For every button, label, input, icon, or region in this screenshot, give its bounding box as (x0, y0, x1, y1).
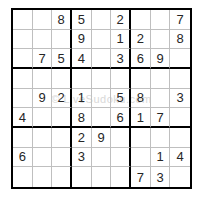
cell-r2c9[interactable]: 8 (170, 30, 190, 50)
cell-r5c6[interactable]: 5 (111, 89, 131, 109)
cell-r4c7[interactable] (131, 69, 151, 89)
cell-r8c2[interactable] (33, 148, 53, 168)
cell-r9c4[interactable] (72, 167, 92, 187)
cell-r1c8[interactable] (151, 10, 171, 30)
cell-r3c6[interactable]: 3 (111, 49, 131, 69)
cell-r1c4[interactable]: 5 (72, 10, 92, 30)
cell-r3c5[interactable] (92, 49, 112, 69)
cell-r4c8[interactable] (151, 69, 171, 89)
cell-r8c3[interactable] (52, 148, 72, 168)
cell-r5c3[interactable]: 2 (52, 89, 72, 109)
cell-r2c3[interactable] (52, 30, 72, 50)
cell-r2c1[interactable] (13, 30, 33, 50)
cell-r9c2[interactable] (33, 167, 53, 187)
cell-r5c7[interactable]: 8 (131, 89, 151, 109)
cell-r3c8[interactable]: 9 (151, 49, 171, 69)
cell-r1c7[interactable] (131, 10, 151, 30)
cell-r6c1[interactable]: 4 (13, 108, 33, 128)
cell-r7c1[interactable] (13, 128, 33, 148)
cell-r3c2[interactable]: 7 (33, 49, 53, 69)
cell-r6c4[interactable]: 8 (72, 108, 92, 128)
cell-r6c2[interactable] (33, 108, 53, 128)
cell-r4c9[interactable] (170, 69, 190, 89)
cell-r5c5[interactable] (92, 89, 112, 109)
cell-r6c9[interactable] (170, 108, 190, 128)
cell-r6c8[interactable]: 7 (151, 108, 171, 128)
cell-r3c1[interactable] (13, 49, 33, 69)
cell-r3c7[interactable]: 6 (131, 49, 151, 69)
cell-r8c7[interactable] (131, 148, 151, 168)
cell-r1c5[interactable] (92, 10, 112, 30)
cell-r2c8[interactable] (151, 30, 171, 50)
cell-r5c2[interactable]: 9 (33, 89, 53, 109)
cell-r2c2[interactable] (33, 30, 53, 50)
cell-r5c9[interactable]: 3 (170, 89, 190, 109)
cell-r1c1[interactable] (13, 10, 33, 30)
cell-r3c4[interactable]: 4 (72, 49, 92, 69)
cell-r3c3[interactable]: 5 (52, 49, 72, 69)
cell-r1c2[interactable] (33, 10, 53, 30)
cell-r2c7[interactable]: 2 (131, 30, 151, 50)
cell-r4c6[interactable] (111, 69, 131, 89)
cell-r9c5[interactable] (92, 167, 112, 187)
cell-r8c8[interactable]: 1 (151, 148, 171, 168)
cell-r7c7[interactable] (131, 128, 151, 148)
cell-r8c6[interactable] (111, 148, 131, 168)
cell-r7c6[interactable] (111, 128, 131, 148)
cell-r2c6[interactable]: 1 (111, 30, 131, 50)
cell-r8c9[interactable]: 4 (170, 148, 190, 168)
sudoku-board-area: © LiveSudoku.com 85279128754369921583486… (11, 8, 192, 189)
cell-r2c4[interactable]: 9 (72, 30, 92, 50)
cell-r7c8[interactable] (151, 128, 171, 148)
cell-r4c5[interactable] (92, 69, 112, 89)
cell-r9c8[interactable]: 3 (151, 167, 171, 187)
cell-r9c7[interactable]: 7 (131, 167, 151, 187)
cell-r1c9[interactable]: 7 (170, 10, 190, 30)
cell-r9c3[interactable] (52, 167, 72, 187)
sudoku-board: 852791287543699215834861729631473 (11, 8, 192, 189)
cell-r4c4[interactable] (72, 69, 92, 89)
cell-r2c5[interactable] (92, 30, 112, 50)
sudoku-page: © LiveSudoku.com 85279128754369921583486… (0, 0, 200, 200)
cell-r5c1[interactable] (13, 89, 33, 109)
cell-r4c2[interactable] (33, 69, 53, 89)
cell-r3c9[interactable] (170, 49, 190, 69)
cell-r1c3[interactable]: 8 (52, 10, 72, 30)
cell-r7c4[interactable]: 2 (72, 128, 92, 148)
cell-r5c8[interactable] (151, 89, 171, 109)
cell-r4c3[interactable] (52, 69, 72, 89)
cell-r8c1[interactable]: 6 (13, 148, 33, 168)
cell-r9c9[interactable] (170, 167, 190, 187)
cell-r7c9[interactable] (170, 128, 190, 148)
cell-r7c5[interactable]: 9 (92, 128, 112, 148)
cell-r8c4[interactable]: 3 (72, 148, 92, 168)
cell-r9c1[interactable] (13, 167, 33, 187)
cell-r7c3[interactable] (52, 128, 72, 148)
cell-r4c1[interactable] (13, 69, 33, 89)
cell-r7c2[interactable] (33, 128, 53, 148)
cell-r6c7[interactable]: 1 (131, 108, 151, 128)
cell-r6c5[interactable] (92, 108, 112, 128)
cell-r9c6[interactable] (111, 167, 131, 187)
cell-r5c4[interactable]: 1 (72, 89, 92, 109)
cell-r8c5[interactable] (92, 148, 112, 168)
cell-r6c3[interactable] (52, 108, 72, 128)
cell-r6c6[interactable]: 6 (111, 108, 131, 128)
cell-r1c6[interactable]: 2 (111, 10, 131, 30)
